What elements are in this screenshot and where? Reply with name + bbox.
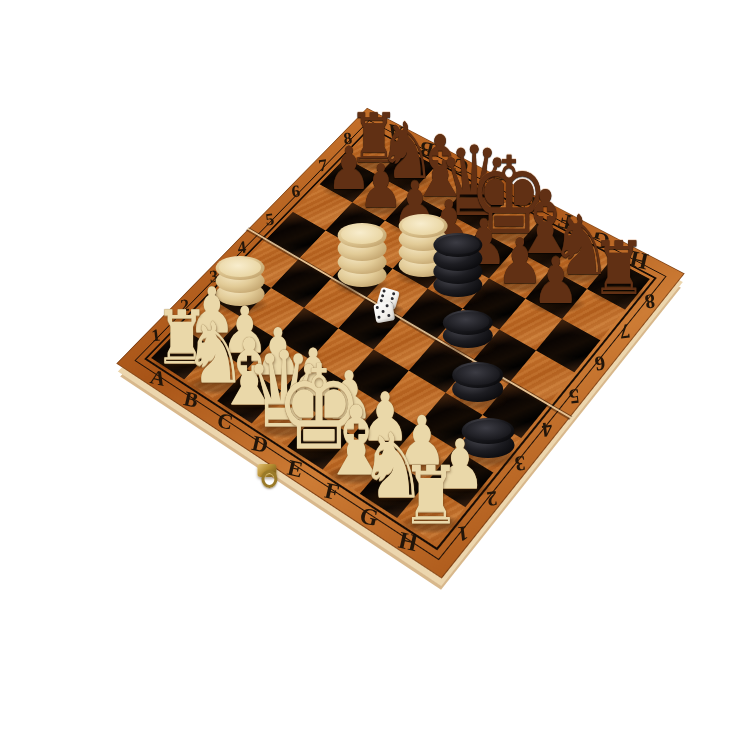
rank-label-right-4: 4 bbox=[540, 416, 553, 442]
die-pip bbox=[386, 304, 390, 308]
rank-label-right-2: 2 bbox=[485, 484, 499, 510]
clasp-ring bbox=[261, 470, 277, 488]
die-pip bbox=[392, 292, 396, 296]
checker-stack-cream-c5[interactable] bbox=[338, 223, 387, 287]
product-photo-scene: ♜♞♝♛♚♝♞♜♟♟♟♟♟♟♟♟♟♟♟♟♟♟♟♜♞♝♛♚♝♞♜ABCDEFGHA… bbox=[0, 0, 750, 750]
cream-checker-top-face bbox=[341, 225, 383, 244]
die-pip bbox=[376, 306, 380, 310]
black-checker-top-face bbox=[446, 312, 489, 332]
die-pip bbox=[381, 294, 385, 298]
checker-stack-black-e6[interactable] bbox=[433, 233, 482, 298]
file-label-bottom-A: A bbox=[148, 366, 168, 392]
rank-label-right-3: 3 bbox=[513, 450, 526, 476]
rank-label-right-5: 5 bbox=[567, 382, 580, 408]
checker-stack-black-f5[interactable] bbox=[442, 310, 492, 349]
rank-label-right-6: 6 bbox=[593, 351, 606, 375]
die-pip bbox=[391, 297, 395, 301]
rank-label-left-6: 6 bbox=[291, 182, 302, 203]
pieces-overlay: ♜♞♝♛♚♝♞♜♟♟♟♟♟♟♟♟♟♟♟♟♟♟♟♜♞♝♛♚♝♞♜ABCDEFGHA… bbox=[0, 0, 750, 750]
brown-pawn-g7[interactable]: ♟ bbox=[532, 257, 580, 307]
brown-rook-h8[interactable]: ♜ bbox=[591, 239, 646, 296]
white-rook-h1[interactable]: ♜ bbox=[401, 464, 461, 526]
cream-checker-top-face bbox=[402, 216, 444, 235]
die-pip bbox=[382, 310, 386, 314]
die-pip bbox=[382, 289, 386, 293]
die-pip bbox=[378, 316, 382, 320]
die-pip bbox=[388, 314, 392, 318]
die-2-value-5[interactable] bbox=[374, 301, 396, 323]
brass-clasp bbox=[257, 464, 276, 477]
checker-stack-black-g4[interactable] bbox=[452, 362, 504, 402]
rank-label-left-5: 5 bbox=[264, 210, 275, 231]
